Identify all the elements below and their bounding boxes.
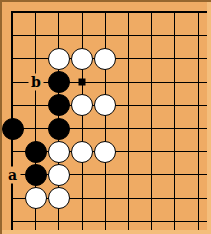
intersection-c2-r9[interactable]: ○ (24, 187, 47, 210)
intersection-c8-r4[interactable] (163, 71, 186, 94)
intersection-c1-r5[interactable] (1, 94, 24, 117)
white-stone: ○ (94, 48, 116, 70)
intersection-c4-r3[interactable]: ○ (71, 47, 94, 70)
intersection-c2-r2[interactable] (24, 24, 47, 47)
intersection-c5-r5[interactable]: ○ (94, 94, 117, 117)
intersection-c3-r8[interactable]: ○ (47, 163, 70, 186)
board-frame-top (0, 0, 211, 2)
intersection-c7-r2[interactable] (140, 24, 163, 47)
white-stone: ○ (48, 187, 70, 209)
intersection-c4-r7[interactable]: ○ (71, 140, 94, 163)
intersection-c2-r4[interactable]: b (24, 71, 47, 94)
go-board-diagram: ○○○b●●○○●●●○○○a●○○○ (0, 0, 211, 234)
intersection-c5-r1[interactable] (94, 1, 117, 24)
white-stone: ○ (71, 94, 93, 116)
intersection-c2-r6[interactable] (24, 117, 47, 140)
black-stone: ● (25, 141, 47, 163)
intersection-c4-r1[interactable] (71, 1, 94, 24)
intersection-c5-r9[interactable] (94, 187, 117, 210)
board-frame-right (207, 2, 211, 234)
intersection-c3-r5[interactable]: ● (47, 94, 70, 117)
intersection-c8-r3[interactable] (163, 47, 186, 70)
intersection-c8-r9[interactable] (163, 187, 186, 210)
intersection-c5-r2[interactable] (94, 24, 117, 47)
intersection-c6-r9[interactable] (117, 187, 140, 210)
intersection-c6-r4[interactable] (117, 71, 140, 94)
intersection-c6-r1[interactable] (117, 1, 140, 24)
intersection-c3-r3[interactable]: ○ (47, 47, 70, 70)
intersection-c4-r9[interactable] (71, 187, 94, 210)
board-frame-left (0, 0, 2, 234)
intersection-c7-r1[interactable] (140, 1, 163, 24)
intersection-c8-r8[interactable] (163, 163, 186, 186)
intersection-c7-r7[interactable] (140, 140, 163, 163)
white-stone: ○ (48, 164, 70, 186)
white-stone: ○ (94, 94, 116, 116)
white-stone: ○ (48, 48, 70, 70)
intersection-c1-r7[interactable] (1, 140, 24, 163)
intersection-c7-r5[interactable] (140, 94, 163, 117)
intersection-c5-r3[interactable]: ○ (94, 47, 117, 70)
intersection-c3-r6[interactable]: ● (47, 117, 70, 140)
intersection-c6-r6[interactable] (117, 117, 140, 140)
intersection-c5-r7[interactable]: ○ (94, 140, 117, 163)
black-stone: ● (2, 118, 24, 140)
intersection-c4-r2[interactable] (71, 24, 94, 47)
intersection-c2-r8[interactable]: ● (24, 163, 47, 186)
intersection-c8-r7[interactable] (163, 140, 186, 163)
intersection-c6-r8[interactable] (117, 163, 140, 186)
intersection-c1-r9[interactable] (1, 187, 24, 210)
intersection-c2-r7[interactable]: ● (24, 140, 47, 163)
intersection-c2-r1[interactable] (24, 1, 47, 24)
black-stone: ● (48, 71, 70, 93)
intersection-c6-r7[interactable] (117, 140, 140, 163)
intersection-c2-r3[interactable] (24, 47, 47, 70)
intersection-c7-r3[interactable] (140, 47, 163, 70)
intersection-c8-r6[interactable] (163, 117, 186, 140)
intersection-c7-r8[interactable] (140, 163, 163, 186)
white-stone: ○ (71, 141, 93, 163)
intersection-c1-r6[interactable]: ● (1, 117, 24, 140)
intersection-c5-r6[interactable] (94, 117, 117, 140)
point-label-a: a (5, 166, 20, 183)
black-stone: ● (48, 94, 70, 116)
intersection-c1-r4[interactable] (1, 71, 24, 94)
intersection-c4-r6[interactable] (71, 117, 94, 140)
intersection-c1-r2[interactable] (1, 24, 24, 47)
intersection-c3-r7[interactable]: ○ (47, 140, 70, 163)
intersection-c6-r2[interactable] (117, 24, 140, 47)
white-stone: ○ (71, 48, 93, 70)
intersection-c3-r1[interactable] (47, 1, 70, 24)
intersection-c7-r6[interactable] (140, 117, 163, 140)
black-stone: ● (25, 164, 47, 186)
intersection-c6-r5[interactable] (117, 94, 140, 117)
intersection-c1-r8[interactable]: a (1, 163, 24, 186)
intersection-c4-r5[interactable]: ○ (71, 94, 94, 117)
intersection-c7-r4[interactable] (140, 71, 163, 94)
intersection-c1-r1[interactable] (1, 1, 24, 24)
black-stone: ● (48, 118, 70, 140)
intersection-c1-r3[interactable] (1, 47, 24, 70)
intersection-c8-r5[interactable] (163, 94, 186, 117)
intersection-c5-r8[interactable] (94, 163, 117, 186)
intersection-c8-r2[interactable] (163, 24, 186, 47)
intersection-c3-r2[interactable] (47, 24, 70, 47)
intersection-c6-r3[interactable] (117, 47, 140, 70)
point-label-b: b (28, 74, 43, 91)
star-point (79, 79, 86, 86)
white-stone: ○ (25, 187, 47, 209)
intersection-c5-r4[interactable] (94, 71, 117, 94)
go-board-grid: ○○○b●●○○●●●○○○a●○○○ (1, 1, 210, 233)
intersection-c8-r1[interactable] (163, 1, 186, 24)
white-stone: ○ (94, 141, 116, 163)
intersection-c3-r9[interactable]: ○ (47, 187, 70, 210)
intersection-c3-r4[interactable]: ● (47, 71, 70, 94)
intersection-c2-r5[interactable] (24, 94, 47, 117)
intersection-c4-r8[interactable] (71, 163, 94, 186)
white-stone: ○ (48, 141, 70, 163)
intersection-c7-r9[interactable] (140, 187, 163, 210)
board-frame-bottom (2, 230, 211, 234)
intersection-c4-r4[interactable] (71, 71, 94, 94)
